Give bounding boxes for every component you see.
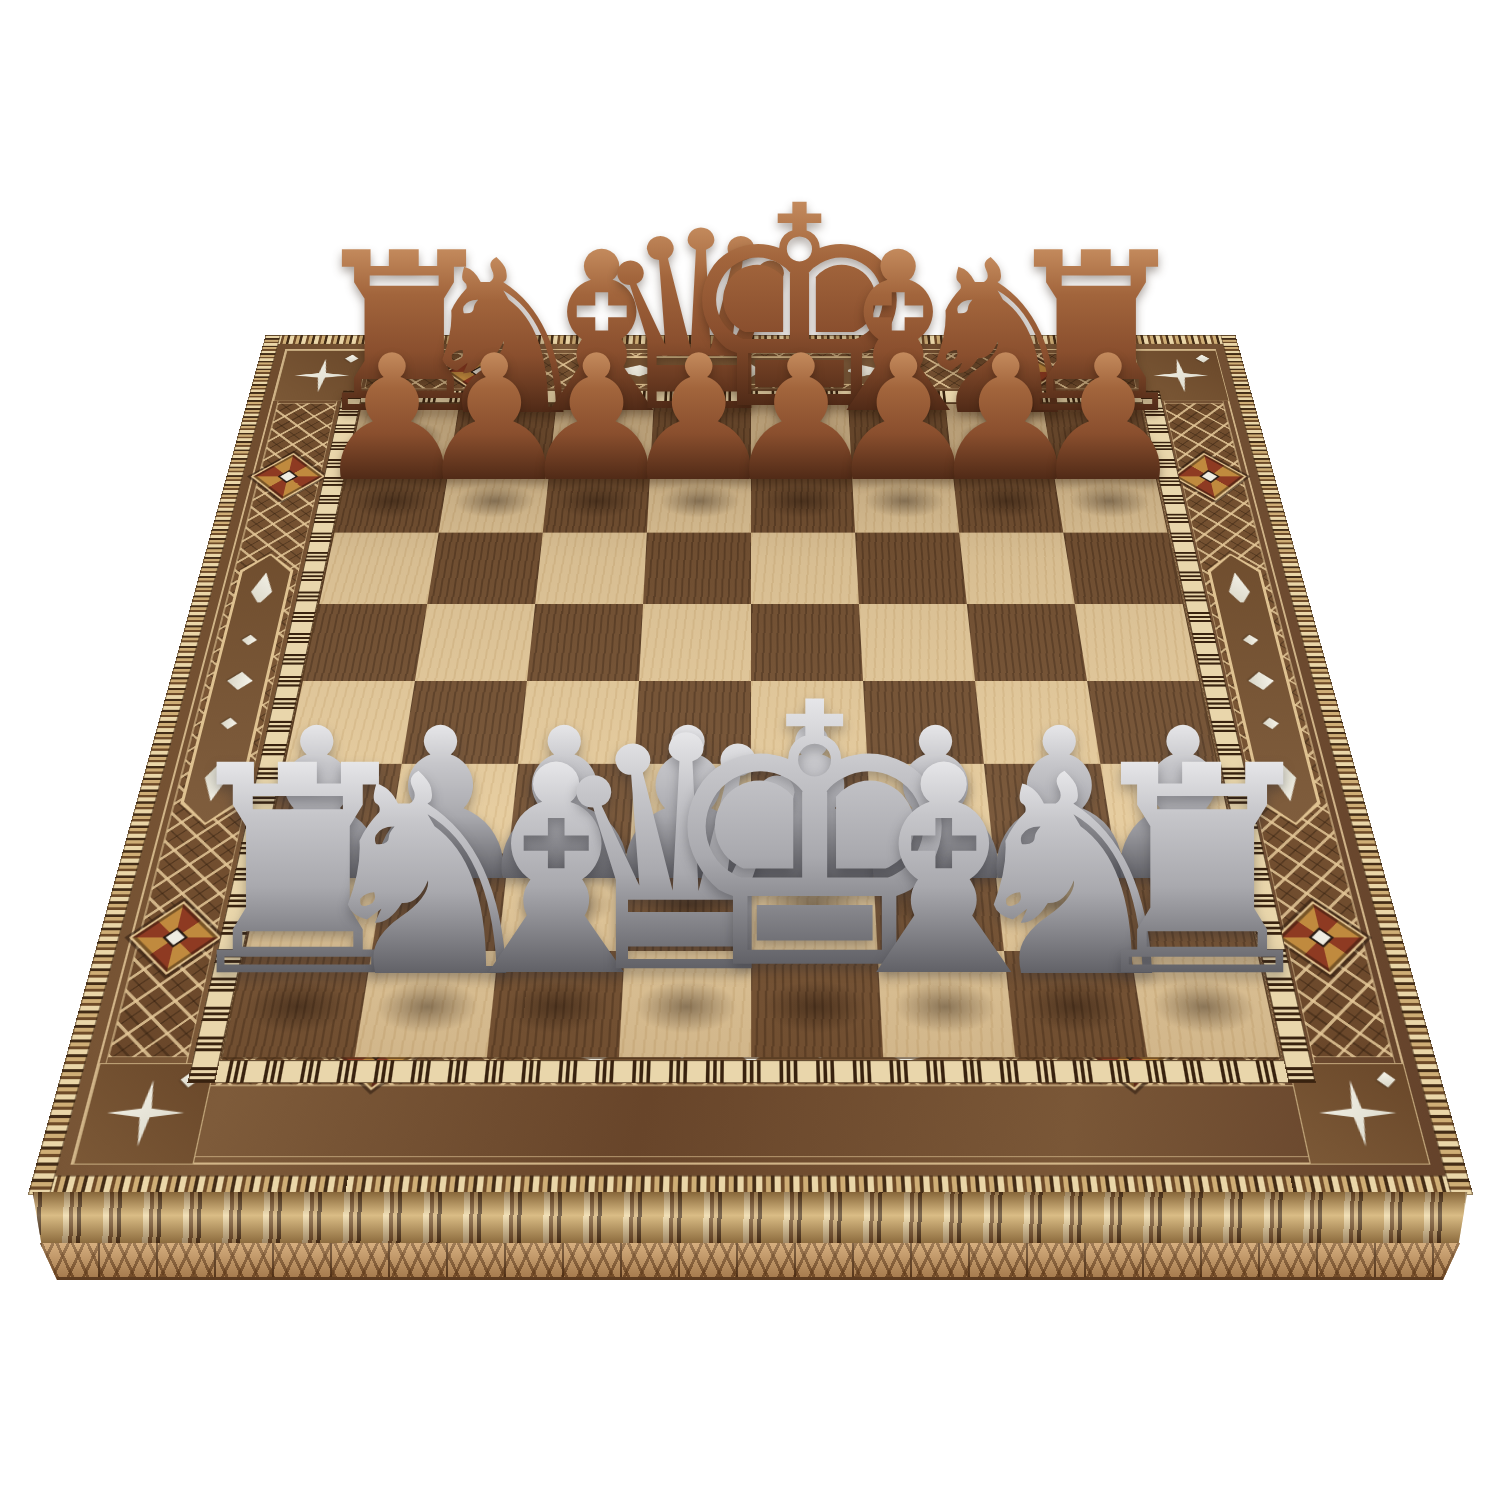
square-e5 bbox=[750, 603, 862, 680]
board-bevel-front bbox=[27, 1175, 1473, 1195]
chess-board bbox=[27, 335, 1473, 1195]
pearl-center bbox=[1017, 367, 1031, 376]
piece-shadow bbox=[1015, 978, 1134, 1035]
square-c3 bbox=[508, 763, 634, 853]
pearl-center bbox=[280, 471, 295, 481]
piece-shadow bbox=[367, 978, 486, 1035]
piece-shadow bbox=[557, 419, 645, 452]
pearl-four-point-star bbox=[1311, 1080, 1404, 1146]
square-b4 bbox=[401, 680, 526, 763]
square-d6 bbox=[642, 532, 750, 603]
piece-shadow bbox=[236, 978, 358, 1035]
square-a6 bbox=[318, 532, 437, 603]
front-edge-chevron-face bbox=[40, 1243, 1460, 1280]
piece-shadow bbox=[960, 483, 1053, 519]
square-d4 bbox=[634, 680, 750, 763]
piece-shadow bbox=[887, 978, 1002, 1035]
piece-shadow bbox=[628, 978, 740, 1035]
pearl-four-point-star bbox=[98, 1080, 191, 1146]
hexagon-panel bbox=[587, 356, 914, 385]
square-g6 bbox=[958, 532, 1074, 603]
square-a5 bbox=[302, 603, 426, 680]
pearl-center bbox=[165, 929, 184, 944]
pearl-diamond bbox=[1195, 354, 1208, 362]
square-e4 bbox=[750, 680, 866, 763]
square-a4 bbox=[284, 680, 414, 763]
piece-shadow bbox=[757, 483, 846, 519]
piece-shadow bbox=[1143, 978, 1265, 1035]
square-f5 bbox=[858, 603, 974, 680]
piece-shadow bbox=[458, 419, 547, 452]
square-b6 bbox=[426, 532, 542, 603]
square-c6 bbox=[534, 532, 646, 603]
square-h6 bbox=[1062, 532, 1181, 603]
square-g4 bbox=[974, 680, 1099, 763]
square-g3 bbox=[983, 763, 1114, 853]
square-e3 bbox=[750, 763, 871, 853]
pearl-four-point-star bbox=[290, 358, 353, 391]
piece-shadow bbox=[358, 419, 449, 452]
pearl-diamond bbox=[1376, 1071, 1395, 1087]
piece-shadow bbox=[654, 483, 743, 519]
square-f6 bbox=[854, 532, 966, 603]
pearl-center bbox=[472, 367, 486, 376]
square-h3 bbox=[1099, 763, 1235, 853]
front-edge-comb-inlay bbox=[24, 1192, 1476, 1244]
piece-shadow bbox=[757, 419, 843, 452]
square-g5 bbox=[966, 603, 1086, 680]
piece-shadow bbox=[859, 483, 950, 519]
mosaic-side-back bbox=[364, 353, 1136, 388]
pearl-center bbox=[1311, 929, 1330, 944]
square-b5 bbox=[414, 603, 534, 680]
pearl-four-point-star bbox=[1149, 358, 1212, 391]
piece-shadow bbox=[383, 878, 496, 930]
tally-band-front bbox=[187, 1060, 1316, 1083]
square-f4 bbox=[862, 680, 983, 763]
piece-shadow bbox=[657, 419, 743, 452]
square-e6 bbox=[750, 532, 858, 603]
piece-shadow bbox=[508, 878, 618, 930]
square-b3 bbox=[386, 763, 517, 853]
square-c5 bbox=[526, 603, 642, 680]
piece-shadow bbox=[258, 878, 374, 930]
piece-shadow bbox=[344, 483, 438, 519]
square-a3 bbox=[265, 763, 401, 853]
pearl-diamond bbox=[345, 354, 358, 362]
square-d5 bbox=[638, 603, 750, 680]
tally-band-back bbox=[340, 390, 1162, 402]
square-h4 bbox=[1086, 680, 1216, 763]
piece-shadow bbox=[855, 419, 943, 452]
square-f3 bbox=[866, 763, 992, 853]
piece-shadow bbox=[1126, 878, 1242, 930]
square-c4 bbox=[517, 680, 638, 763]
piece-shadow bbox=[497, 978, 612, 1035]
pearl-center bbox=[1201, 471, 1216, 481]
piece-shadow bbox=[953, 419, 1042, 452]
piece-shadow bbox=[1004, 878, 1117, 930]
piece-shadow bbox=[551, 483, 642, 519]
board-bevel-back bbox=[263, 335, 1238, 344]
piece-shadow bbox=[1051, 419, 1142, 452]
piece-shadow bbox=[1062, 483, 1156, 519]
piece-shadow bbox=[634, 878, 742, 930]
piece-shadow bbox=[759, 878, 867, 930]
square-h5 bbox=[1074, 603, 1198, 680]
square-d3 bbox=[629, 763, 750, 853]
piece-shadow bbox=[881, 878, 991, 930]
piece-shadow bbox=[447, 483, 540, 519]
piece-shadow bbox=[759, 978, 871, 1035]
